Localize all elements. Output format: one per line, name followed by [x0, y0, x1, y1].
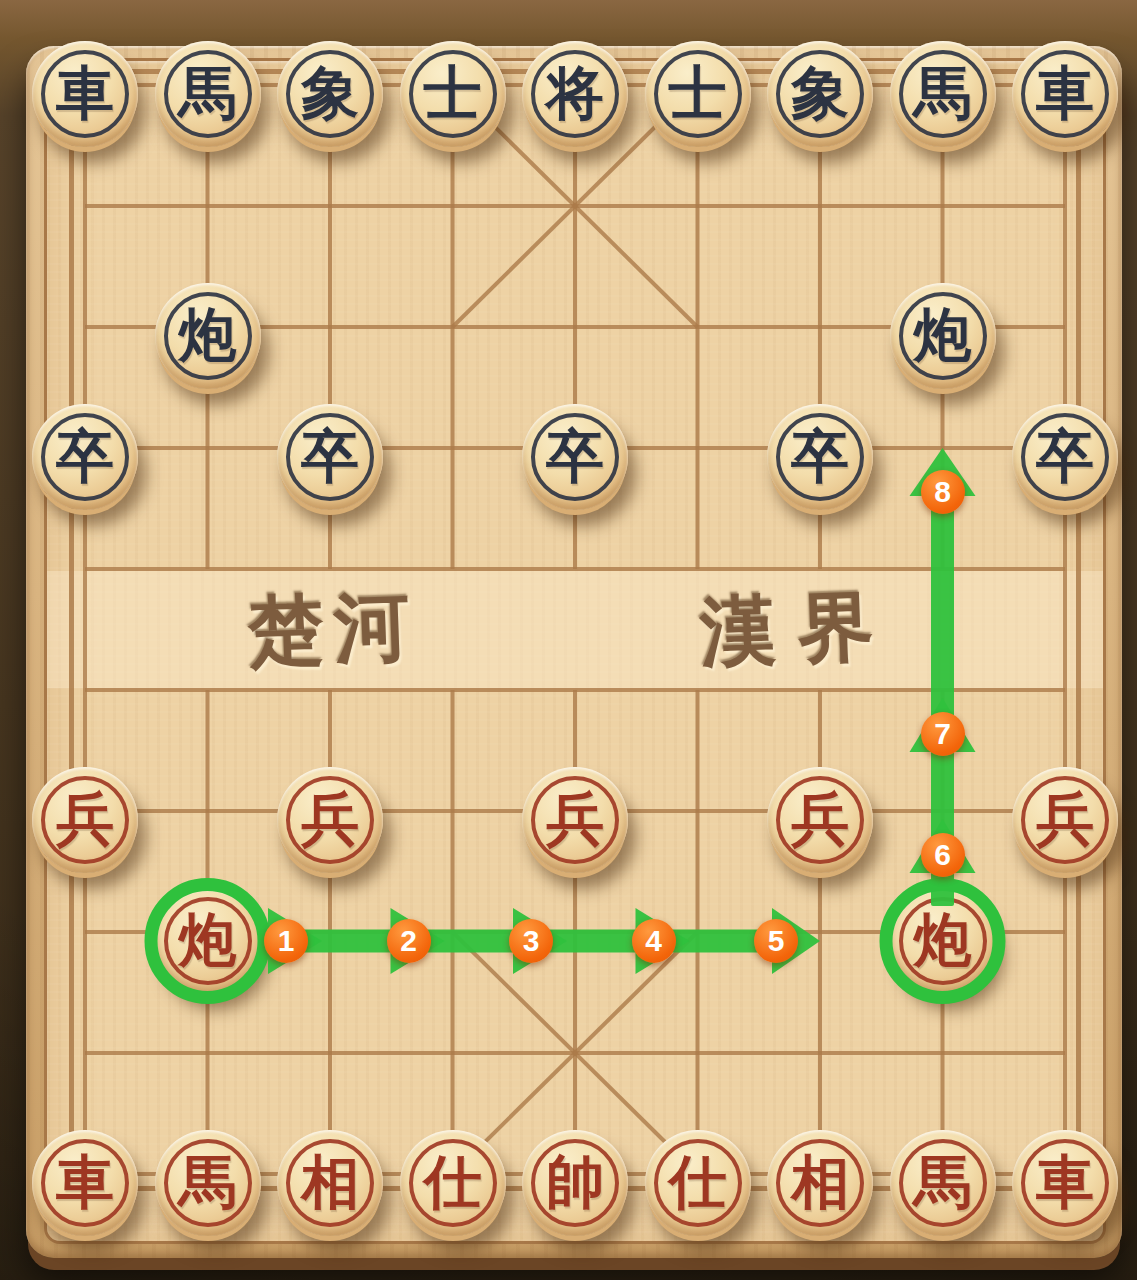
move-step-badge-3: 3 [509, 919, 553, 963]
piece-black-horse[interactable]: 馬 [890, 41, 996, 147]
piece-black-advisor[interactable]: 士 [645, 41, 751, 147]
piece-red-advisor[interactable]: 仕 [645, 1130, 751, 1236]
piece-glyph: 士 [645, 41, 751, 147]
move-step-badge-4: 4 [632, 919, 676, 963]
piece-glyph: 馬 [890, 1130, 996, 1236]
piece-glyph: 相 [277, 1130, 383, 1236]
piece-glyph: 兵 [522, 767, 628, 873]
piece-black-horse[interactable]: 馬 [155, 41, 261, 147]
piece-red-chariot[interactable]: 車 [1012, 1130, 1118, 1236]
piece-red-cannon[interactable]: 炮 [890, 888, 996, 994]
river-text-right: 漢界 [681, 568, 915, 693]
piece-black-cannon[interactable]: 炮 [155, 283, 261, 389]
move-step-badge-2: 2 [387, 919, 431, 963]
piece-black-general[interactable]: 将 [522, 41, 628, 147]
piece-red-soldier[interactable]: 兵 [522, 767, 628, 873]
piece-glyph: 車 [1012, 1130, 1118, 1236]
piece-glyph: 卒 [32, 404, 138, 510]
piece-red-elephant[interactable]: 相 [277, 1130, 383, 1236]
piece-glyph: 将 [522, 41, 628, 147]
piece-glyph: 兵 [277, 767, 383, 873]
piece-red-soldier[interactable]: 兵 [277, 767, 383, 873]
piece-glyph: 馬 [890, 41, 996, 147]
piece-black-soldier[interactable]: 卒 [32, 404, 138, 510]
piece-black-soldier[interactable]: 卒 [277, 404, 383, 510]
move-step-badge-5: 5 [754, 919, 798, 963]
piece-glyph: 卒 [1012, 404, 1118, 510]
piece-black-advisor[interactable]: 士 [400, 41, 506, 147]
piece-glyph: 兵 [32, 767, 138, 873]
piece-red-general[interactable]: 帥 [522, 1130, 628, 1236]
piece-glyph: 仕 [645, 1130, 751, 1236]
piece-glyph: 炮 [155, 888, 261, 994]
piece-glyph: 象 [767, 41, 873, 147]
piece-glyph: 炮 [155, 283, 261, 389]
piece-glyph: 馬 [155, 41, 261, 147]
piece-glyph: 兵 [1012, 767, 1118, 873]
piece-black-elephant[interactable]: 象 [767, 41, 873, 147]
move-step-badge-7: 7 [921, 712, 965, 756]
piece-red-soldier[interactable]: 兵 [1012, 767, 1118, 873]
piece-black-chariot[interactable]: 車 [1012, 41, 1118, 147]
piece-red-horse[interactable]: 馬 [890, 1130, 996, 1236]
piece-glyph: 卒 [767, 404, 873, 510]
piece-black-elephant[interactable]: 象 [277, 41, 383, 147]
piece-red-horse[interactable]: 馬 [155, 1130, 261, 1236]
piece-glyph: 士 [400, 41, 506, 147]
xiangqi-game-screen: 楚河 漢界 車馬象士将士象馬車炮炮卒卒卒卒卒兵兵兵兵兵炮炮車馬相仕帥仕相馬車 1… [0, 0, 1137, 1280]
piece-glyph: 兵 [767, 767, 873, 873]
piece-glyph: 象 [277, 41, 383, 147]
piece-glyph: 車 [32, 41, 138, 147]
piece-glyph: 炮 [890, 888, 996, 994]
piece-black-soldier[interactable]: 卒 [767, 404, 873, 510]
piece-glyph: 相 [767, 1130, 873, 1236]
piece-glyph: 仕 [400, 1130, 506, 1236]
river-text-left: 楚河 [227, 568, 441, 692]
piece-glyph: 帥 [522, 1130, 628, 1236]
piece-glyph: 炮 [890, 283, 996, 389]
piece-red-elephant[interactable]: 相 [767, 1130, 873, 1236]
piece-black-cannon[interactable]: 炮 [890, 283, 996, 389]
piece-glyph: 車 [1012, 41, 1118, 147]
move-step-badge-8: 8 [921, 470, 965, 514]
move-step-badge-1: 1 [264, 919, 308, 963]
piece-red-soldier[interactable]: 兵 [767, 767, 873, 873]
piece-red-soldier[interactable]: 兵 [32, 767, 138, 873]
piece-black-soldier[interactable]: 卒 [1012, 404, 1118, 510]
piece-black-chariot[interactable]: 車 [32, 41, 138, 147]
piece-glyph: 卒 [277, 404, 383, 510]
piece-glyph: 車 [32, 1130, 138, 1236]
river-band [47, 571, 1103, 688]
move-step-badge-6: 6 [921, 833, 965, 877]
piece-glyph: 卒 [522, 404, 628, 510]
piece-red-chariot[interactable]: 車 [32, 1130, 138, 1236]
piece-red-cannon[interactable]: 炮 [155, 888, 261, 994]
piece-black-soldier[interactable]: 卒 [522, 404, 628, 510]
piece-glyph: 馬 [155, 1130, 261, 1236]
piece-red-advisor[interactable]: 仕 [400, 1130, 506, 1236]
